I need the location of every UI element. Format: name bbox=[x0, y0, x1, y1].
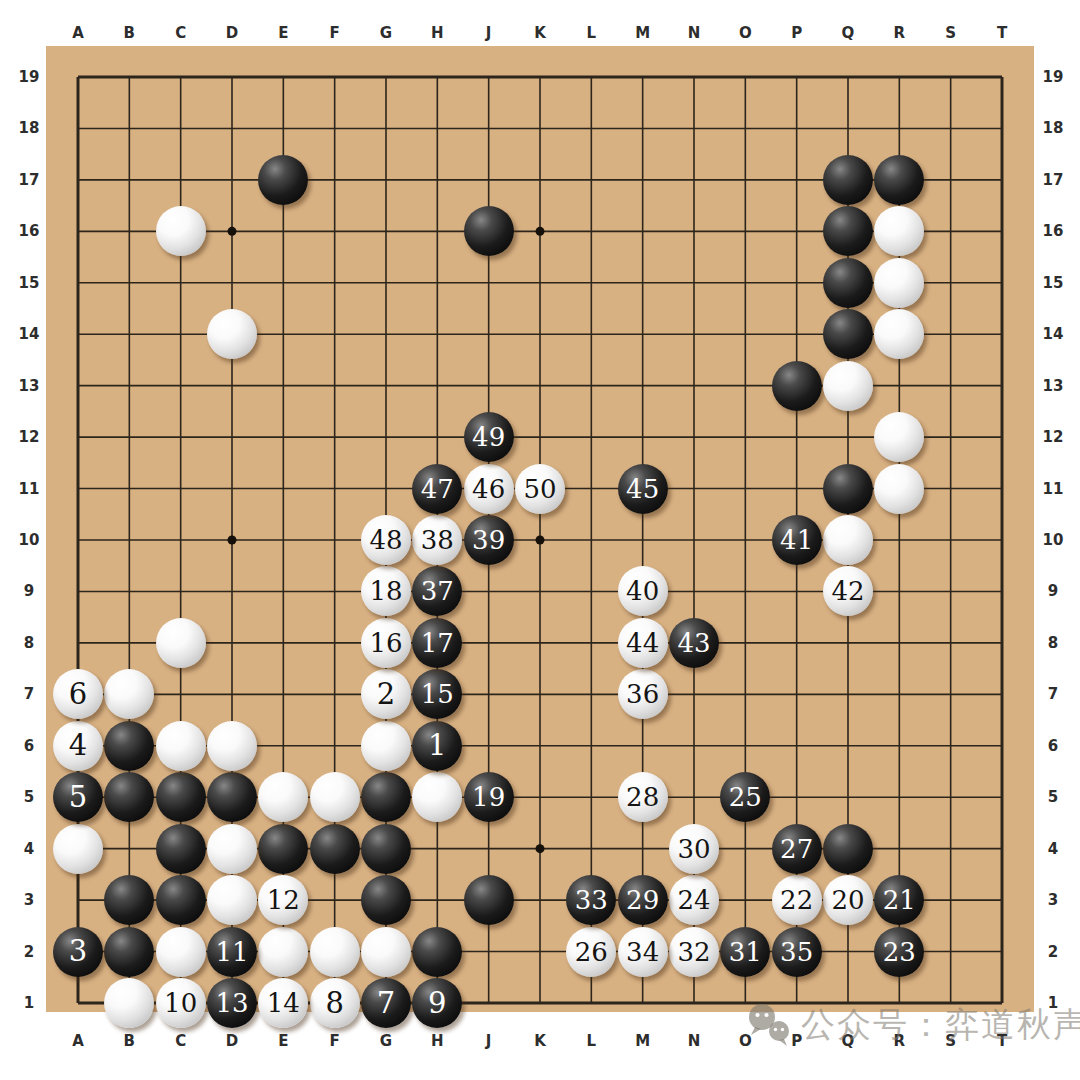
col-label-top-Q: Q bbox=[842, 24, 855, 42]
row-label-left-11: 11 bbox=[19, 480, 40, 498]
row-label-right-15: 15 bbox=[1043, 274, 1064, 292]
col-label-top-J: J bbox=[486, 24, 492, 42]
col-label-top-K: K bbox=[534, 24, 546, 42]
row-label-right-5: 5 bbox=[1048, 788, 1058, 806]
row-label-right-11: 11 bbox=[1043, 480, 1064, 498]
row-label-right-17: 17 bbox=[1043, 171, 1064, 189]
col-label-top-E: E bbox=[278, 24, 288, 42]
col-label-bottom-A: A bbox=[72, 1032, 84, 1050]
row-label-left-4: 4 bbox=[24, 840, 34, 858]
row-label-left-3: 3 bbox=[24, 891, 34, 909]
watermark: 公众号：弈道秋声 bbox=[746, 1002, 1080, 1048]
col-label-top-G: G bbox=[380, 24, 392, 42]
col-label-bottom-B: B bbox=[124, 1032, 135, 1050]
row-label-left-1: 1 bbox=[24, 994, 34, 1012]
row-label-right-7: 7 bbox=[1048, 685, 1058, 703]
col-label-top-F: F bbox=[330, 24, 340, 42]
row-label-right-6: 6 bbox=[1048, 737, 1058, 755]
row-label-left-13: 13 bbox=[19, 377, 40, 395]
col-label-top-N: N bbox=[688, 24, 701, 42]
row-label-right-12: 12 bbox=[1043, 428, 1064, 446]
col-label-top-B: B bbox=[124, 24, 135, 42]
row-label-right-8: 8 bbox=[1048, 634, 1058, 652]
col-label-bottom-K: K bbox=[534, 1032, 546, 1050]
row-label-left-5: 5 bbox=[24, 788, 34, 806]
col-label-top-T: T bbox=[997, 24, 1007, 42]
col-label-bottom-F: F bbox=[330, 1032, 340, 1050]
go-diagram-page: 1234567891011121314151617181920212223242… bbox=[0, 0, 1080, 1080]
row-label-right-18: 18 bbox=[1043, 119, 1064, 137]
row-label-right-3: 3 bbox=[1048, 891, 1058, 909]
col-label-top-P: P bbox=[791, 24, 802, 42]
row-label-left-14: 14 bbox=[19, 325, 40, 343]
col-label-bottom-C: C bbox=[175, 1032, 186, 1050]
row-label-right-16: 16 bbox=[1043, 222, 1064, 240]
col-label-bottom-J: J bbox=[486, 1032, 492, 1050]
col-label-top-C: C bbox=[175, 24, 186, 42]
col-label-top-H: H bbox=[431, 24, 444, 42]
row-label-left-7: 7 bbox=[24, 685, 34, 703]
row-label-left-6: 6 bbox=[24, 737, 34, 755]
col-label-bottom-H: H bbox=[431, 1032, 444, 1050]
col-label-bottom-G: G bbox=[380, 1032, 392, 1050]
row-label-right-14: 14 bbox=[1043, 325, 1064, 343]
row-label-right-19: 19 bbox=[1043, 68, 1064, 86]
col-label-top-A: A bbox=[72, 24, 84, 42]
col-label-top-D: D bbox=[226, 24, 238, 42]
col-label-top-O: O bbox=[739, 24, 752, 42]
col-label-top-L: L bbox=[587, 24, 597, 42]
row-label-left-18: 18 bbox=[19, 119, 40, 137]
row-label-right-9: 9 bbox=[1048, 582, 1058, 600]
row-label-left-15: 15 bbox=[19, 274, 40, 292]
row-label-left-12: 12 bbox=[19, 428, 40, 446]
coordinate-labels: AABBCCDDEEFFGGHHJJKKLLMMNNOOPPQQRRSSTT19… bbox=[0, 0, 1080, 1080]
wechat-icon bbox=[746, 1002, 794, 1048]
col-label-bottom-D: D bbox=[226, 1032, 238, 1050]
col-label-top-M: M bbox=[635, 24, 650, 42]
row-label-right-4: 4 bbox=[1048, 840, 1058, 858]
row-label-left-8: 8 bbox=[24, 634, 34, 652]
col-label-top-R: R bbox=[894, 24, 906, 42]
row-label-left-10: 10 bbox=[19, 531, 40, 549]
row-label-left-17: 17 bbox=[19, 171, 40, 189]
row-label-left-2: 2 bbox=[24, 943, 34, 961]
row-label-left-9: 9 bbox=[24, 582, 34, 600]
col-label-bottom-E: E bbox=[278, 1032, 288, 1050]
col-label-bottom-L: L bbox=[587, 1032, 597, 1050]
col-label-bottom-N: N bbox=[688, 1032, 701, 1050]
col-label-bottom-M: M bbox=[635, 1032, 650, 1050]
row-label-left-16: 16 bbox=[19, 222, 40, 240]
watermark-text: 公众号：弈道秋声 bbox=[801, 1002, 1080, 1048]
row-label-right-13: 13 bbox=[1043, 377, 1064, 395]
row-label-right-10: 10 bbox=[1043, 531, 1064, 549]
col-label-top-S: S bbox=[945, 24, 956, 42]
row-label-right-2: 2 bbox=[1048, 943, 1058, 961]
row-label-left-19: 19 bbox=[19, 68, 40, 86]
